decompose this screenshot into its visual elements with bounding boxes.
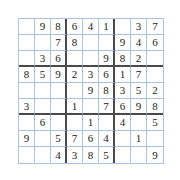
cell-r8c7[interactable] <box>115 131 131 147</box>
cell-r6c6: 7 <box>99 99 115 115</box>
cell-r3c7: 8 <box>115 51 131 67</box>
cell-r1c3: 8 <box>51 19 67 35</box>
cell-r9c8[interactable] <box>131 147 147 163</box>
cell-r2c8: 4 <box>131 35 147 51</box>
cell-r1c1[interactable] <box>19 19 35 35</box>
cell-r9c3: 4 <box>51 147 67 163</box>
cell-r6c9: 8 <box>147 99 163 115</box>
cell-r6c8: 9 <box>131 99 147 115</box>
cell-r8c1: 9 <box>19 131 35 147</box>
cell-r8c6: 4 <box>99 131 115 147</box>
cell-r7c8[interactable] <box>131 115 147 131</box>
cell-r7c6[interactable] <box>99 115 115 131</box>
cell-r1c7[interactable] <box>115 19 131 35</box>
cell-r7c4[interactable] <box>67 115 83 131</box>
cell-r1c6: 1 <box>99 19 115 35</box>
cell-r8c5: 6 <box>83 131 99 147</box>
cell-r4c3: 9 <box>51 67 67 83</box>
cell-r6c7: 6 <box>115 99 131 115</box>
cell-r7c5: 1 <box>83 115 99 131</box>
cell-r4c1: 8 <box>19 67 35 83</box>
cell-r8c2[interactable] <box>35 131 51 147</box>
cell-r8c4: 7 <box>67 131 83 147</box>
cell-r3c9[interactable] <box>147 51 163 67</box>
cell-r8c3: 5 <box>51 131 67 147</box>
cell-r3c5[interactable] <box>83 51 99 67</box>
cell-r4c4: 2 <box>67 67 83 83</box>
cell-r9c6: 5 <box>99 147 115 163</box>
cell-r2c3: 7 <box>51 35 67 51</box>
cell-r1c8: 3 <box>131 19 147 35</box>
cell-r2c6[interactable] <box>99 35 115 51</box>
cell-r9c7[interactable] <box>115 147 131 163</box>
cell-r7c1[interactable] <box>19 115 35 131</box>
cell-r4c5: 3 <box>83 67 99 83</box>
cell-r7c2: 6 <box>35 115 51 131</box>
cell-r5c3[interactable] <box>51 83 67 99</box>
cell-r3c4[interactable] <box>67 51 83 67</box>
cell-r2c5[interactable] <box>83 35 99 51</box>
cell-r6c1: 3 <box>19 99 35 115</box>
cell-r5c5: 9 <box>83 83 99 99</box>
cell-r5c9: 2 <box>147 83 163 99</box>
cell-r5c6: 8 <box>99 83 115 99</box>
cell-r6c2[interactable] <box>35 99 51 115</box>
cell-r3c8: 2 <box>131 51 147 67</box>
cell-r5c8: 5 <box>131 83 147 99</box>
cell-r2c4: 8 <box>67 35 83 51</box>
cell-r6c4: 1 <box>67 99 83 115</box>
cell-r1c4: 6 <box>67 19 83 35</box>
cell-r2c1[interactable] <box>19 35 35 51</box>
cell-r5c4[interactable] <box>67 83 83 99</box>
cell-r4c6: 6 <box>99 67 115 83</box>
sudoku-page: 9864137789463698285923617983523176986145… <box>0 0 180 180</box>
cell-r1c2: 9 <box>35 19 51 35</box>
cell-r3c6: 9 <box>99 51 115 67</box>
cell-r1c9: 7 <box>147 19 163 35</box>
cell-r2c7: 9 <box>115 35 131 51</box>
cell-r3c1[interactable] <box>19 51 35 67</box>
cell-r9c4: 3 <box>67 147 83 163</box>
cell-r8c9[interactable] <box>147 131 163 147</box>
cell-r4c8: 7 <box>131 67 147 83</box>
cell-r4c9[interactable] <box>147 67 163 83</box>
cell-r9c2[interactable] <box>35 147 51 163</box>
cell-r5c2[interactable] <box>35 83 51 99</box>
sudoku-board: 9864137789463698285923617983523176986145… <box>18 18 164 164</box>
cell-r2c2[interactable] <box>35 35 51 51</box>
cell-r5c1[interactable] <box>19 83 35 99</box>
cell-r6c5[interactable] <box>83 99 99 115</box>
cell-r2c9: 6 <box>147 35 163 51</box>
cell-r9c1[interactable] <box>19 147 35 163</box>
cell-r7c3[interactable] <box>51 115 67 131</box>
cell-r3c2: 3 <box>35 51 51 67</box>
cell-r4c2: 5 <box>35 67 51 83</box>
cell-r9c5: 8 <box>83 147 99 163</box>
cell-r3c3: 6 <box>51 51 67 67</box>
cell-r7c7: 4 <box>115 115 131 131</box>
cell-r9c9: 9 <box>147 147 163 163</box>
cell-r8c8: 1 <box>131 131 147 147</box>
cell-r1c5: 4 <box>83 19 99 35</box>
cell-r6c3[interactable] <box>51 99 67 115</box>
cell-r4c7: 1 <box>115 67 131 83</box>
cell-r7c9: 5 <box>147 115 163 131</box>
cell-r5c7: 3 <box>115 83 131 99</box>
